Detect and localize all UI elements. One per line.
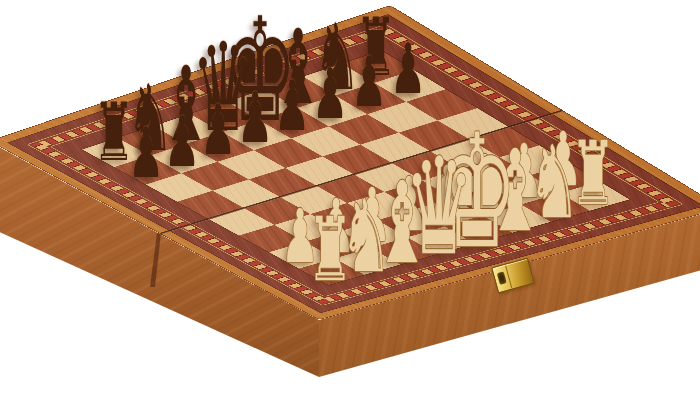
piece-black-pawn-a7[interactable]: ♟: [128, 118, 164, 188]
piece-black-pawn-f7[interactable]: ♟: [312, 59, 348, 129]
piece-white-rook-a1[interactable]: ♜: [307, 207, 353, 295]
piece-black-pawn-d7[interactable]: ♟: [237, 84, 273, 154]
pieces-layer: ♜♞♝♛♚♝♞♜♟♟♟♟♟♟♟♟♟♟♟♟♟♟♟♟♜♞♝♛♚♝♞♜: [0, 0, 700, 399]
piece-black-pawn-h7[interactable]: ♟: [390, 34, 426, 104]
piece-black-pawn-g7[interactable]: ♟: [351, 47, 387, 117]
product-photo-stage: ♜♞♝♛♚♝♞♜♟♟♟♟♟♟♟♟♟♟♟♟♟♟♟♟♜♞♝♛♚♝♞♜: [0, 0, 700, 399]
piece-black-pawn-b7[interactable]: ♟: [164, 107, 200, 177]
piece-black-pawn-e7[interactable]: ♟: [274, 72, 310, 142]
piece-black-pawn-c7[interactable]: ♟: [200, 95, 236, 165]
